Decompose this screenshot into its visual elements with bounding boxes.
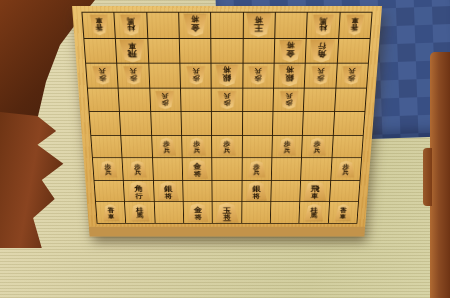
piece-kanji-bottom: 兵 bbox=[284, 148, 291, 154]
board-square[interactable]: 飛車 bbox=[300, 181, 329, 202]
board-square[interactable]: 金将 bbox=[275, 39, 306, 63]
board-square[interactable] bbox=[271, 202, 300, 222]
board-square[interactable] bbox=[213, 158, 242, 179]
piece-kanji-bottom: 将 bbox=[286, 42, 294, 49]
piece-kanji-bottom: 兵 bbox=[192, 68, 199, 74]
shogi-photo-scene: 香車桂馬金将王将桂馬香車飛車金将角行歩兵歩兵歩兵銀将歩兵銀将歩兵歩兵歩兵歩兵歩兵… bbox=[0, 0, 450, 298]
board-square[interactable] bbox=[301, 158, 331, 179]
board-square[interactable] bbox=[147, 13, 179, 38]
piece-kanji-bottom: 兵 bbox=[162, 93, 169, 99]
shogi-board[interactable]: 香車桂馬金将王将桂馬香車飛車金将角行歩兵歩兵歩兵銀将歩兵銀将歩兵歩兵歩兵歩兵歩兵… bbox=[81, 12, 372, 224]
piece-kanji-top: 金 bbox=[190, 24, 199, 32]
piece-kanji-top: 歩 bbox=[162, 99, 169, 106]
board-square[interactable] bbox=[84, 39, 116, 63]
board-square[interactable]: 歩兵 bbox=[273, 88, 304, 111]
board-square[interactable] bbox=[275, 13, 307, 38]
piece-kanji-bottom: 兵 bbox=[317, 68, 324, 74]
board-square[interactable] bbox=[273, 112, 303, 135]
board-square[interactable]: 歩兵 bbox=[331, 158, 361, 179]
piece-gote-bishop[interactable]: 角行 bbox=[308, 39, 335, 62]
piece-kanji-bottom: 兵 bbox=[194, 148, 201, 154]
board-square[interactable] bbox=[304, 88, 335, 111]
piece-kanji-top: 歩 bbox=[130, 75, 138, 82]
piece-kanji-bottom: 兵 bbox=[285, 93, 292, 99]
board-square[interactable]: 歩兵 bbox=[152, 136, 182, 158]
board-square[interactable] bbox=[151, 112, 181, 135]
piece-gote-knight[interactable]: 桂馬 bbox=[119, 15, 142, 36]
board-square[interactable] bbox=[332, 136, 363, 158]
piece-kanji-top: 角 bbox=[317, 49, 327, 58]
piece-gote-rook[interactable]: 飛車 bbox=[119, 39, 146, 62]
board-square[interactable]: 桂馬 bbox=[307, 13, 339, 38]
piece-kanji-bottom: 将 bbox=[165, 192, 172, 198]
piece-kanji-bottom: 将 bbox=[194, 170, 201, 176]
board-square[interactable]: 金将 bbox=[183, 158, 212, 179]
piece-gote-pawn[interactable]: 歩兵 bbox=[248, 66, 268, 85]
piece-gote-pawn[interactable]: 歩兵 bbox=[341, 66, 362, 85]
board-square[interactable] bbox=[243, 39, 274, 63]
board-square[interactable]: 飛車 bbox=[116, 39, 148, 63]
piece-gote-gold[interactable]: 金将 bbox=[278, 40, 303, 62]
board-square[interactable] bbox=[330, 181, 360, 202]
piece-gote-pawn[interactable]: 歩兵 bbox=[91, 66, 112, 85]
board-square[interactable] bbox=[272, 158, 301, 179]
wood-table-leg-right bbox=[430, 52, 450, 298]
board-square[interactable]: 歩兵 bbox=[93, 158, 123, 179]
piece-gote-silver[interactable]: 銀将 bbox=[277, 65, 302, 87]
piece-kanji-bottom: 馬 bbox=[310, 214, 317, 220]
board-square[interactable] bbox=[337, 39, 369, 63]
board-square[interactable] bbox=[148, 39, 179, 63]
piece-kanji-top: 銀 bbox=[285, 74, 294, 82]
board-square[interactable]: 玉将 bbox=[213, 202, 241, 222]
piece-sente-lance[interactable]: 香車 bbox=[102, 204, 120, 221]
board-square[interactable]: 歩兵 bbox=[336, 64, 368, 88]
piece-sente-gold[interactable]: 金将 bbox=[186, 159, 209, 179]
board-square[interactable] bbox=[122, 136, 152, 158]
piece-gote-gold[interactable]: 金将 bbox=[182, 14, 207, 37]
piece-kanji-bottom: 兵 bbox=[105, 170, 112, 176]
board-square[interactable]: 歩兵 bbox=[150, 88, 181, 111]
board-square[interactable] bbox=[153, 158, 183, 179]
board-square[interactable] bbox=[94, 181, 124, 202]
piece-sente-pawn[interactable]: 歩兵 bbox=[157, 138, 177, 155]
board-square[interactable] bbox=[243, 112, 273, 135]
piece-kanji-bottom: 将 bbox=[194, 214, 201, 220]
board-square[interactable]: 香車 bbox=[328, 202, 357, 222]
piece-gote-pawn[interactable]: 歩兵 bbox=[186, 66, 206, 85]
piece-kanji-top: 歩 bbox=[317, 75, 325, 82]
board-square[interactable] bbox=[211, 13, 242, 38]
piece-kanji-top: 歩 bbox=[285, 99, 292, 106]
board-square[interactable]: 歩兵 bbox=[242, 158, 271, 179]
piece-kanji-bottom: 兵 bbox=[130, 68, 137, 74]
piece-sente-knight[interactable]: 桂馬 bbox=[304, 204, 325, 221]
piece-kanji-bottom: 兵 bbox=[224, 93, 231, 99]
board-square[interactable]: 歩兵 bbox=[86, 64, 118, 88]
piece-kanji-bottom: 兵 bbox=[342, 170, 349, 176]
board-square[interactable]: 金将 bbox=[184, 202, 212, 222]
piece-kanji-top: 王 bbox=[254, 24, 264, 33]
piece-kanji-bottom: 兵 bbox=[255, 68, 262, 74]
board-square[interactable] bbox=[182, 112, 212, 135]
piece-gote-pawn[interactable]: 歩兵 bbox=[310, 66, 331, 85]
piece-kanji-bottom: 将 bbox=[286, 67, 294, 74]
piece-kanji-bottom: 行 bbox=[318, 42, 326, 49]
board-square[interactable]: 角行 bbox=[306, 39, 338, 63]
board-square[interactable] bbox=[181, 88, 211, 111]
piece-kanji-bottom: 車 bbox=[311, 192, 319, 198]
piece-kanji-bottom: 兵 bbox=[98, 68, 105, 74]
piece-gote-lance[interactable]: 香車 bbox=[89, 15, 109, 35]
piece-sente-pawn[interactable]: 歩兵 bbox=[277, 138, 297, 155]
board-square[interactable] bbox=[90, 112, 121, 135]
piece-kanji-top: 桂 bbox=[127, 24, 135, 31]
piece-sente-rook[interactable]: 飛車 bbox=[303, 181, 328, 201]
piece-sente-knight[interactable]: 桂馬 bbox=[129, 204, 150, 221]
board-square[interactable] bbox=[91, 136, 122, 158]
piece-sente-silver[interactable]: 銀将 bbox=[157, 181, 180, 200]
board-square[interactable]: 歩兵 bbox=[243, 64, 274, 88]
piece-sente-pawn[interactable]: 歩兵 bbox=[336, 161, 356, 178]
piece-sente-silver[interactable]: 銀将 bbox=[245, 181, 268, 200]
piece-gote-silver[interactable]: 銀将 bbox=[215, 65, 239, 87]
shogi-board-wrap: 香車桂馬金将王将桂馬香車飛車金将角行歩兵歩兵歩兵銀将歩兵銀将歩兵歩兵歩兵歩兵歩兵… bbox=[72, 6, 382, 237]
piece-kanji-top: 香 bbox=[95, 24, 103, 31]
piece-sente-lance[interactable]: 香車 bbox=[334, 204, 352, 221]
piece-kanji-top: 歩 bbox=[255, 75, 262, 82]
piece-gote-pawn[interactable]: 歩兵 bbox=[279, 91, 299, 109]
shogi-board-wood: 香車桂馬金将王将桂馬香車飛車金将角行歩兵歩兵歩兵銀将歩兵銀将歩兵歩兵歩兵歩兵歩兵… bbox=[72, 6, 382, 237]
board-square[interactable] bbox=[149, 64, 180, 88]
piece-sente-pawn[interactable]: 歩兵 bbox=[217, 138, 236, 155]
piece-kanji-top: 歩 bbox=[348, 75, 356, 82]
piece-kanji-top: 銀 bbox=[223, 74, 232, 82]
board-square[interactable]: 桂馬 bbox=[300, 202, 329, 222]
board-square[interactable] bbox=[120, 112, 151, 135]
piece-sente-bishop[interactable]: 角行 bbox=[126, 181, 151, 201]
piece-gote-pawn[interactable]: 歩兵 bbox=[217, 91, 237, 109]
piece-sente-pawn[interactable]: 歩兵 bbox=[247, 161, 266, 178]
piece-sente-pawn[interactable]: 歩兵 bbox=[187, 138, 207, 155]
board-square[interactable]: 歩兵 bbox=[123, 158, 153, 179]
piece-kanji-bottom: 兵 bbox=[135, 170, 142, 176]
piece-kanji-top: 金 bbox=[286, 50, 295, 58]
board-square[interactable]: 香車 bbox=[339, 13, 372, 38]
piece-sente-gold[interactable]: 金将 bbox=[187, 203, 210, 222]
piece-gote-lance[interactable]: 香車 bbox=[345, 15, 365, 35]
board-square[interactable] bbox=[119, 88, 150, 111]
piece-sente-jeweled-king[interactable]: 玉将 bbox=[215, 203, 239, 223]
piece-sente-pawn[interactable]: 歩兵 bbox=[307, 138, 327, 155]
piece-kanji-bottom: 将 bbox=[223, 214, 230, 220]
board-square[interactable]: 桂馬 bbox=[115, 13, 147, 38]
piece-kanji-bottom: 兵 bbox=[164, 148, 171, 154]
piece-kanji-bottom: 馬 bbox=[127, 17, 135, 24]
piece-kanji-bottom: 兵 bbox=[253, 170, 260, 176]
board-square[interactable] bbox=[212, 39, 243, 63]
piece-kanji-bottom: 馬 bbox=[137, 214, 144, 220]
piece-gote-knight[interactable]: 桂馬 bbox=[312, 15, 335, 36]
piece-kanji-bottom: 馬 bbox=[319, 17, 327, 24]
piece-kanji-top: 桂 bbox=[319, 24, 327, 31]
board-square[interactable] bbox=[154, 202, 183, 222]
board-square[interactable]: 歩兵 bbox=[212, 88, 242, 111]
board-square[interactable]: 歩兵 bbox=[302, 136, 332, 158]
board-square[interactable] bbox=[242, 136, 272, 158]
board-square[interactable]: 歩兵 bbox=[272, 136, 302, 158]
board-square[interactable] bbox=[271, 181, 300, 202]
piece-kanji-bottom: 車 bbox=[340, 214, 347, 219]
piece-kanji-bottom: 将 bbox=[191, 16, 199, 24]
piece-kanji-bottom: 車 bbox=[128, 42, 136, 49]
piece-kanji-bottom: 将 bbox=[255, 16, 263, 24]
board-square[interactable] bbox=[303, 112, 334, 135]
piece-kanji-bottom: 兵 bbox=[314, 148, 321, 154]
board-square[interactable] bbox=[243, 88, 273, 111]
board-square[interactable] bbox=[333, 112, 364, 135]
piece-kanji-top: 歩 bbox=[98, 75, 106, 82]
piece-kanji-bottom: 車 bbox=[108, 214, 115, 219]
piece-kanji-bottom: 将 bbox=[223, 67, 231, 74]
piece-kanji-bottom: 兵 bbox=[224, 148, 231, 154]
board-square[interactable]: 銀将 bbox=[274, 64, 305, 88]
board-square[interactable]: 金将 bbox=[179, 13, 210, 38]
board-square[interactable] bbox=[88, 88, 119, 111]
board-square[interactable]: 歩兵 bbox=[212, 136, 241, 158]
board-square[interactable]: 香車 bbox=[96, 202, 125, 222]
piece-sente-pawn[interactable]: 歩兵 bbox=[98, 161, 118, 178]
piece-kanji-bottom: 車 bbox=[352, 18, 359, 25]
board-square[interactable]: 銀将 bbox=[154, 181, 183, 202]
board-square[interactable] bbox=[180, 39, 211, 63]
board-square[interactable]: 桂馬 bbox=[125, 202, 154, 222]
board-square[interactable] bbox=[212, 112, 242, 135]
piece-kanji-bottom: 車 bbox=[95, 18, 102, 25]
board-square[interactable]: 角行 bbox=[124, 181, 153, 202]
board-square[interactable]: 歩兵 bbox=[118, 64, 149, 88]
piece-gote-pawn[interactable]: 歩兵 bbox=[123, 66, 144, 85]
board-square[interactable] bbox=[335, 88, 366, 111]
board-square[interactable]: 歩兵 bbox=[305, 64, 336, 88]
board-square[interactable]: 歩兵 bbox=[180, 64, 211, 88]
piece-gote-king[interactable]: 王将 bbox=[246, 13, 273, 37]
piece-kanji-top: 香 bbox=[351, 24, 359, 31]
board-square[interactable] bbox=[242, 202, 270, 222]
piece-sente-pawn[interactable]: 歩兵 bbox=[128, 161, 148, 178]
board-square[interactable]: 香車 bbox=[82, 13, 115, 38]
board-square[interactable] bbox=[183, 181, 212, 202]
piece-kanji-top: 飛 bbox=[127, 49, 137, 58]
board-square[interactable]: 王将 bbox=[243, 13, 274, 38]
piece-kanji-bottom: 兵 bbox=[349, 68, 356, 74]
piece-kanji-top: 歩 bbox=[192, 75, 199, 82]
piece-kanji-top: 歩 bbox=[223, 99, 230, 106]
piece-kanji-bottom: 行 bbox=[135, 192, 143, 198]
board-square[interactable]: 銀将 bbox=[242, 181, 271, 202]
piece-kanji-bottom: 将 bbox=[253, 192, 260, 198]
board-square[interactable] bbox=[213, 181, 242, 202]
board-square[interactable]: 銀将 bbox=[212, 64, 242, 88]
piece-gote-pawn[interactable]: 歩兵 bbox=[155, 91, 175, 109]
board-square[interactable]: 歩兵 bbox=[182, 136, 212, 158]
